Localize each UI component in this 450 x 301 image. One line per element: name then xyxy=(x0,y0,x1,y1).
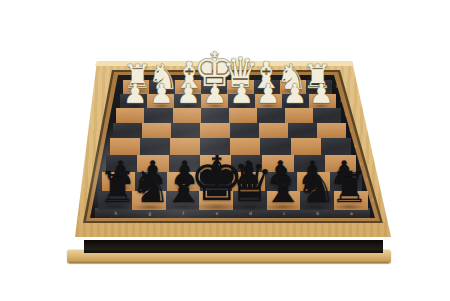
square-d3[interactable] xyxy=(229,108,257,123)
square-a4[interactable] xyxy=(317,123,346,139)
piece-bR[interactable]: ♜ xyxy=(330,167,368,210)
square-b3[interactable] xyxy=(285,108,313,123)
square-b5[interactable] xyxy=(291,138,321,155)
piece-wP[interactable]: ♟ xyxy=(309,80,333,107)
square-g3[interactable] xyxy=(144,108,172,123)
square-h4[interactable] xyxy=(113,123,142,139)
square-g5[interactable] xyxy=(140,138,170,155)
piece-wP[interactable]: ♟ xyxy=(123,80,147,107)
square-h5[interactable] xyxy=(110,138,140,155)
square-h3[interactable] xyxy=(116,108,144,123)
square-e3[interactable] xyxy=(201,108,229,123)
board-row xyxy=(116,108,341,123)
square-g4[interactable] xyxy=(142,123,171,139)
chess-set-photo: hgfedcba12345678 ♜♞♝♚♛♝♞♜♟♟♟♟♟♟♟♟♟♟♟♟♟♟♟… xyxy=(0,0,450,301)
square-d4[interactable] xyxy=(230,123,259,139)
piece-wP[interactable]: ♟ xyxy=(176,80,200,107)
square-f4[interactable] xyxy=(171,123,200,139)
board-row xyxy=(113,123,346,139)
piece-wP[interactable]: ♟ xyxy=(229,80,253,107)
piece-wP[interactable]: ♟ xyxy=(256,80,280,107)
piece-wP[interactable]: ♟ xyxy=(283,80,307,107)
square-f3[interactable] xyxy=(173,108,201,123)
square-a3[interactable] xyxy=(313,108,341,123)
storage-box-interior xyxy=(84,240,383,253)
square-e4[interactable] xyxy=(200,123,229,139)
piece-wP[interactable]: ♟ xyxy=(150,80,174,107)
square-c4[interactable] xyxy=(259,123,288,139)
square-b4[interactable] xyxy=(288,123,317,139)
piece-wP[interactable]: ♟ xyxy=(203,80,227,107)
square-c3[interactable] xyxy=(257,108,285,123)
square-a5[interactable] xyxy=(321,138,351,155)
